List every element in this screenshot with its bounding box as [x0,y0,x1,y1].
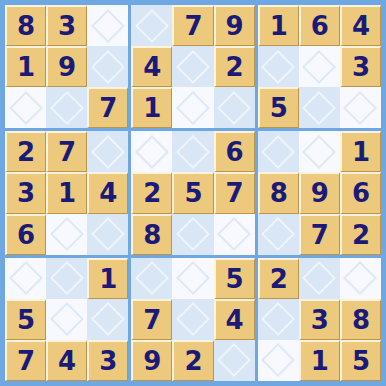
cell-r5c6: 7 [214,172,255,213]
cell-r6c1: 6 [5,214,46,255]
box-3-3: 23815 [258,258,381,381]
digit: 6 [352,180,370,206]
cell-r4c1: 2 [5,131,46,172]
cell-r9c1: 7 [5,340,46,381]
cell-r8c5[interactable] [172,299,213,340]
cell-r4c2: 7 [46,131,87,172]
diamond-icon [302,135,336,169]
cell-r4c8[interactable] [299,131,340,172]
digit: 3 [99,348,117,374]
cell-r6c3[interactable] [87,214,128,255]
cell-r5c3: 4 [87,172,128,213]
digit: 7 [17,348,35,374]
digit: 4 [99,180,117,206]
cell-r3c2[interactable] [46,87,87,128]
digit: 2 [270,266,288,292]
digit: 1 [270,13,288,39]
cell-r9c2: 4 [46,340,87,381]
digit: 8 [270,180,288,206]
cell-r7c1[interactable] [5,258,46,299]
cell-r2c8[interactable] [299,46,340,87]
digit: 5 [184,180,202,206]
cell-r3c8[interactable] [299,87,340,128]
cell-r1c2: 3 [46,5,87,46]
diamond-icon [91,135,125,169]
cell-r8c2[interactable] [46,299,87,340]
cell-r2c6: 2 [214,46,255,87]
diamond-icon [135,9,169,43]
cell-r4c4[interactable] [131,131,172,172]
cell-r9c9: 5 [340,340,381,381]
digit: 2 [143,180,161,206]
diamond-icon [261,135,295,169]
cell-r6c2[interactable] [46,214,87,255]
digit: 5 [226,266,244,292]
cell-r2c7[interactable] [258,46,299,87]
diamond-icon [261,217,295,251]
digit: 9 [143,348,161,374]
cell-r5c5: 5 [172,172,213,213]
cell-r3c5[interactable] [172,87,213,128]
cell-r9c7[interactable] [258,340,299,381]
cell-r8c7[interactable] [258,299,299,340]
diamond-icon [176,91,210,125]
digit: 1 [99,266,117,292]
digit: 3 [17,180,35,206]
digit: 6 [226,139,244,165]
digit: 8 [143,222,161,248]
cell-r1c1: 8 [5,5,46,46]
diamond-icon [302,50,336,84]
cell-r7c5[interactable] [172,258,213,299]
diamond-icon [135,135,169,169]
diamond-icon [302,91,336,125]
cell-r1c4[interactable] [131,5,172,46]
digit: 4 [352,13,370,39]
diamond-icon [9,91,43,125]
diamond-icon [302,261,336,295]
cell-r2c1: 1 [5,46,46,87]
digit: 1 [311,348,329,374]
diamond-icon [135,261,169,295]
cell-r7c4[interactable] [131,258,172,299]
cell-r1c9: 4 [340,5,381,46]
cell-r5c9: 6 [340,172,381,213]
diamond-icon [343,91,377,125]
cell-r1c7: 1 [258,5,299,46]
digit: 9 [226,13,244,39]
cell-r7c8[interactable] [299,258,340,299]
digit: 5 [17,307,35,333]
sudoku-board: 8319779421164352731466257818967215743574… [0,0,386,386]
box-1-1: 83197 [5,5,128,128]
diamond-icon [217,343,251,377]
cell-r6c5[interactable] [172,214,213,255]
diamond-icon [50,217,84,251]
cell-r1c3[interactable] [87,5,128,46]
cell-r7c9[interactable] [340,258,381,299]
cell-r1c5: 7 [172,5,213,46]
digit: 3 [58,13,76,39]
diamond-icon [176,135,210,169]
box-2-2: 62578 [131,131,254,254]
cell-r7c3: 1 [87,258,128,299]
diamond-icon [91,217,125,251]
box-3-2: 57492 [131,258,254,381]
cell-r3c4: 1 [131,87,172,128]
diamond-icon [176,302,210,336]
cell-r3c7: 5 [258,87,299,128]
cell-r6c6[interactable] [214,214,255,255]
digit: 2 [352,222,370,248]
box-2-3: 189672 [258,131,381,254]
diamond-icon [91,50,125,84]
cell-r4c6: 6 [214,131,255,172]
digit: 1 [17,54,35,80]
digit: 9 [311,180,329,206]
digit: 6 [17,222,35,248]
cell-r8c9: 8 [340,299,381,340]
diamond-icon [261,343,295,377]
cell-r9c3: 3 [87,340,128,381]
cell-r8c1: 5 [5,299,46,340]
cell-r4c3[interactable] [87,131,128,172]
cell-r6c8: 7 [299,214,340,255]
digit: 4 [226,307,244,333]
box-2-1: 273146 [5,131,128,254]
box-1-3: 16435 [258,5,381,128]
digit: 1 [352,139,370,165]
diamond-icon [261,302,295,336]
cell-r3c1[interactable] [5,87,46,128]
cell-r8c6: 4 [214,299,255,340]
diamond-icon [91,9,125,43]
cell-r1c6: 9 [214,5,255,46]
cell-r9c8: 1 [299,340,340,381]
digit: 2 [17,139,35,165]
cell-r2c2: 9 [46,46,87,87]
cell-r2c4: 4 [131,46,172,87]
cell-r5c2: 1 [46,172,87,213]
digit: 5 [270,95,288,121]
cell-r7c6: 5 [214,258,255,299]
cell-r3c6[interactable] [214,87,255,128]
cell-r4c7[interactable] [258,131,299,172]
diamond-icon [50,302,84,336]
cell-r6c7[interactable] [258,214,299,255]
cell-r3c9[interactable] [340,87,381,128]
cell-r5c8: 9 [299,172,340,213]
diamond-icon [176,50,210,84]
cell-r8c3[interactable] [87,299,128,340]
diamond-icon [50,261,84,295]
cell-r5c7: 8 [258,172,299,213]
diamond-icon [217,217,251,251]
box-3-1: 15743 [5,258,128,381]
cell-r3c3: 7 [87,87,128,128]
diamond-icon [91,302,125,336]
digit: 3 [311,307,329,333]
diamond-icon [217,91,251,125]
cell-r4c5[interactable] [172,131,213,172]
digit: 8 [17,13,35,39]
cell-r8c4: 7 [131,299,172,340]
cell-r7c7: 2 [258,258,299,299]
digit: 6 [311,13,329,39]
digit: 7 [99,95,117,121]
digit: 7 [311,222,329,248]
cell-r5c1: 3 [5,172,46,213]
cell-r2c5[interactable] [172,46,213,87]
cell-r9c5: 2 [172,340,213,381]
digit: 1 [58,180,76,206]
cell-r5c4: 2 [131,172,172,213]
digit: 7 [58,139,76,165]
diamond-icon [176,217,210,251]
cell-r2c3[interactable] [87,46,128,87]
cell-r2c9: 3 [340,46,381,87]
digit: 7 [184,13,202,39]
cell-r4c9: 1 [340,131,381,172]
cell-r6c4: 8 [131,214,172,255]
cell-r8c8: 3 [299,299,340,340]
digit: 7 [226,180,244,206]
diamond-icon [343,261,377,295]
digit: 7 [143,307,161,333]
diamond-icon [50,91,84,125]
diamond-icon [261,50,295,84]
cell-r9c6[interactable] [214,340,255,381]
diamond-icon [9,261,43,295]
digit: 5 [352,348,370,374]
digit: 3 [352,54,370,80]
digit: 2 [226,54,244,80]
cell-r7c2[interactable] [46,258,87,299]
digit: 8 [352,307,370,333]
cell-r6c9: 2 [340,214,381,255]
digit: 9 [58,54,76,80]
box-1-2: 79421 [131,5,254,128]
cell-r9c4: 9 [131,340,172,381]
digit: 4 [58,348,76,374]
cell-r1c8: 6 [299,5,340,46]
digit: 1 [143,95,161,121]
digit: 2 [184,348,202,374]
diamond-icon [176,261,210,295]
digit: 4 [143,54,161,80]
